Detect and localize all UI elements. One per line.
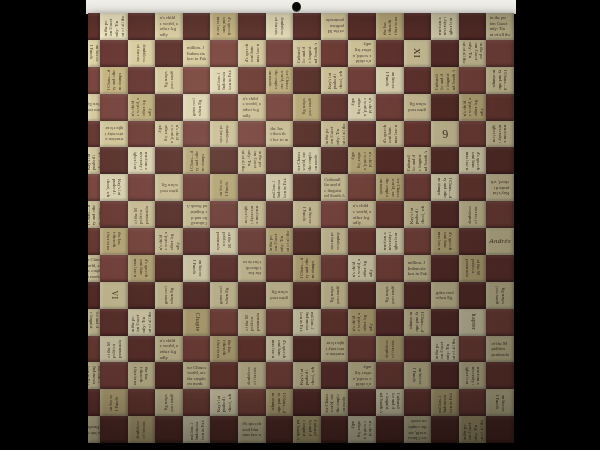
- board-square: [210, 94, 238, 121]
- board-square: rruction a niversity i igher lear: [128, 147, 156, 174]
- newsprint-text: the Ins t then th t her to m: [266, 121, 292, 147]
- newsprint-text: n's child e world, a other leg adly: [349, 363, 375, 389]
- board-square: ter Chines world, are the emplo on mode: [88, 255, 100, 282]
- newsprint-text: ter Chines world, are the emplo on mode: [266, 67, 292, 93]
- board-square: the Ins t then th t her to m: [210, 336, 238, 363]
- board-square: d's speech soul him mas law n: [459, 147, 487, 174]
- board-square: ter Chines world, are the emplo on mode: [404, 416, 432, 443]
- board-square: [348, 174, 376, 201]
- board-square: Culturall lio and d e linguist nd South …: [293, 416, 321, 443]
- newsprint-text: of the M politica peninsula: [128, 202, 154, 228]
- newsprint-text: rruction a niversity i igher lear: [377, 228, 403, 254]
- newsprint-text: n's child e world, a other leg adly: [349, 202, 375, 228]
- board-square: n's child e world, a other leg adly: [459, 94, 487, 121]
- board-square: 6: [431, 121, 459, 148]
- board-square: [183, 121, 211, 148]
- board-square: rruction a niversity i igher lear: [431, 13, 459, 40]
- board-square: in the po ion Gazet ntly: 'En ut of all …: [486, 13, 514, 40]
- board-square: n's child e world, a other leg adly: [348, 147, 376, 174]
- board-square: [88, 121, 100, 148]
- newsprint-text: in the po ion Gazet ntly: 'En ut of all …: [322, 121, 348, 147]
- newsprint-text: Culturall lio and d e linguist nd South …: [322, 175, 348, 201]
- newsprint-text: in the po ion Gazet ntly: 'En ut of all …: [101, 13, 127, 39]
- board-square: I Chins—d ry and othe rn stamps: [88, 201, 100, 228]
- board-square: grim cool when Eg: [404, 94, 432, 121]
- board-square: [293, 282, 321, 309]
- board-square: Culturall lio and d e linguist nd South …: [431, 67, 459, 94]
- board-square: I Chins—d ry and othe rn stamps: [293, 255, 321, 282]
- board-square: [128, 389, 156, 416]
- board-square: million. J Indonesia ken in Pak: [431, 389, 459, 416]
- board-square: d's speech soul him mas law n: [128, 255, 156, 282]
- board-square: n's child e world, a other leg adly: [155, 121, 183, 148]
- board-square: Kay's lat pushed i chool, wh: [404, 201, 432, 228]
- board-square: on bio ro I Funch: [88, 40, 100, 67]
- board-square: in the po ion Gazet ntly: 'En ut of all …: [100, 13, 128, 40]
- board-square: I Chins—d ry and othe rn stamps: [486, 67, 514, 94]
- newsprint-text: rruction a niversity i igher lear: [128, 148, 154, 174]
- newsprint-text: Culturall lio and d e linguist nd South …: [294, 40, 320, 66]
- board-square: in the po ion Gazet ntly: 'En ut of all …: [128, 309, 156, 336]
- newsprint-text: Kay's lat pushed i chool, wh: [211, 390, 237, 416]
- newsprint-text: of the M politica peninsula: [239, 309, 265, 335]
- board-square: grim cool when Eg: [486, 282, 514, 309]
- board-square: [293, 121, 321, 148]
- board-square: [238, 228, 266, 255]
- board-square: [404, 228, 432, 255]
- newsprint-text: rruction a niversity i igher lear: [487, 121, 513, 147]
- board-square: [348, 67, 376, 94]
- newsprint-text: grim cool when Eg: [156, 175, 182, 201]
- newsprint-text: of the M politica peninsula: [460, 255, 486, 281]
- board-square: [348, 228, 376, 255]
- newsprint-text: grim cool when Eg: [88, 94, 100, 120]
- board-square: [321, 94, 349, 121]
- board-square: [348, 282, 376, 309]
- newsprint-text: doubtless of forests: [266, 13, 292, 39]
- board-square: [155, 201, 183, 228]
- board-square: [88, 389, 100, 416]
- board-square: [348, 336, 376, 363]
- board-square: [486, 362, 514, 389]
- board-square: [348, 13, 376, 40]
- newsprint-text: grim cool when Eg: [266, 282, 292, 308]
- board-square: [155, 416, 183, 443]
- newsprint-text: Culturall lio and d e linguist nd South …: [404, 148, 430, 174]
- newsprint-text: I Chins—d ry and othe rn stamps: [101, 67, 127, 93]
- newsprint-text: ter Chines world, are the emplo on mode: [184, 363, 210, 389]
- newsprint-text: doubtless of forests: [128, 40, 154, 66]
- printed-label: VI: [101, 282, 127, 308]
- newsprint-text: Culturall lio and d e linguist nd South …: [377, 390, 403, 416]
- newsprint-text: the Ins t then th t her to m: [211, 336, 237, 362]
- board-square: I Chins—d ry and othe rn stamps: [100, 67, 128, 94]
- board-square: [459, 121, 487, 148]
- board-square: [88, 336, 100, 363]
- board-square: doubtless of forests: [238, 362, 266, 389]
- newsprint-text: grim cool when Eg: [156, 67, 182, 93]
- newsprint-text: on bio ro I Funch: [101, 390, 127, 416]
- board-square: Kay's lat pushed i chool, wh: [486, 174, 514, 201]
- board-square: [293, 67, 321, 94]
- newsprint-text: d's speech soul him mas law n: [239, 417, 265, 443]
- board-square: ter Chines world, are the emplo on mode: [321, 389, 349, 416]
- newsprint-text: n's child e world, a other leg adly: [349, 255, 375, 281]
- board-square: [100, 416, 128, 443]
- board-square: [404, 282, 432, 309]
- newsprint-text: million. J Indonesia ken in Pak: [404, 255, 430, 281]
- board-square: n's child e world, a other leg adly: [155, 13, 183, 40]
- newsprint-text: doubtless of forests: [239, 363, 265, 389]
- board-square: on bio ro I Funch: [404, 362, 432, 389]
- board-square: [459, 282, 487, 309]
- newsprint-text: doubtless of forests: [322, 228, 348, 254]
- newsprint-text: Kay's lat pushed i chool, wh: [322, 67, 348, 93]
- board-square: [183, 228, 211, 255]
- board-square: [100, 255, 128, 282]
- board-square: rruction a niversity i igher lear: [459, 362, 487, 389]
- newsprint-text: I Chins—d ry and othe rn stamps: [88, 202, 100, 228]
- newsprint-text: million. J Indonesia ken in Pak: [432, 390, 458, 416]
- newsprint-text: n's child e world, a other leg adly: [349, 94, 375, 120]
- board-square: doubtless of forests: [459, 201, 487, 228]
- board-square: [238, 174, 266, 201]
- board-square: n's child e world, a other leg adly: [128, 94, 156, 121]
- board-square: [210, 40, 238, 67]
- board-square: Kay's lat pushed i chool, wh: [210, 389, 238, 416]
- newsprint-text: n's child e world, a other leg adly: [349, 417, 375, 443]
- board-square: [293, 174, 321, 201]
- board-square: [266, 362, 294, 389]
- board-square: [376, 255, 404, 282]
- printed-label: Chapte: [184, 309, 210, 335]
- board-square: ter Chines world, are the emplo on mode: [183, 362, 211, 389]
- board-square: [128, 67, 156, 94]
- board-square: n's child e world, a other leg adly: [348, 40, 376, 67]
- board-square: [404, 174, 432, 201]
- board-square: [486, 147, 514, 174]
- board-square: [128, 282, 156, 309]
- newsprint-text: n's child e world, a other leg adly: [156, 336, 182, 362]
- board-square: in the po ion Gazet ntly: 'En ut of all …: [321, 121, 349, 148]
- board-square: Kay's lat pushed i chool, wh: [293, 362, 321, 389]
- board-square: [183, 389, 211, 416]
- board-square: [486, 201, 514, 228]
- newsprint-text: million. J Indonesia ken in Pak: [294, 309, 320, 335]
- board-square: XI: [404, 40, 432, 67]
- board-square: [321, 416, 349, 443]
- board-square: hapter: [459, 309, 487, 336]
- board-square: the Ins t then th t her to m: [100, 228, 128, 255]
- newsprint-text: rruction a niversity i igher lear: [239, 202, 265, 228]
- board-square: grim cool when Eg: [155, 389, 183, 416]
- newsprint-text: on bio ro I Funch: [211, 175, 237, 201]
- board-square: [238, 336, 266, 363]
- board-square: [431, 255, 459, 282]
- newsprint-text: rruction a niversity i igher lear: [432, 13, 458, 39]
- board-square: [376, 416, 404, 443]
- board-square: n's child e world, a other leg adly: [348, 416, 376, 443]
- board-square: [155, 255, 183, 282]
- board-square: [183, 282, 211, 309]
- board-square: I Chins—d ry and othe rn stamps: [266, 389, 294, 416]
- board-square: [486, 416, 514, 443]
- newsprint-text: n's child e world, a other leg adly: [156, 13, 182, 39]
- board-square: I Chins—d ry and othe rn stamps: [404, 309, 432, 336]
- newsprint-text: grim cool when Eg: [211, 282, 237, 308]
- board-square: [210, 255, 238, 282]
- newsprint-text: n's child e world, a other leg adly: [349, 309, 375, 335]
- board-square: [100, 40, 128, 67]
- board-square: [404, 336, 432, 363]
- newsprint-text: I Chins—d ry and othe rn stamps: [487, 67, 513, 93]
- newsprint-text: grim cool when Eg: [377, 282, 403, 308]
- newsprint-text: I Chins—d ry and othe rn stamps: [404, 309, 430, 335]
- board-square: d's speech soul him mas law n: [210, 13, 238, 40]
- newsprint-text: n's child e world, a other leg adly: [460, 94, 486, 120]
- board-square: [183, 336, 211, 363]
- board-square: [183, 67, 211, 94]
- newsprint-text: in the po ion Gazet ntly: 'En ut of all …: [460, 40, 486, 66]
- board-square: ter Chines world, are the emplo on mode: [293, 147, 321, 174]
- board-square: [210, 416, 238, 443]
- board-square: [266, 309, 294, 336]
- board-square: [183, 13, 211, 40]
- board-square: [486, 309, 514, 336]
- newsprint-text: grim cool when Eg: [294, 94, 320, 120]
- newsprint-text: Kay's lat pushed i chool, wh: [294, 363, 320, 389]
- board-square: [404, 13, 432, 40]
- newsprint-text: Culturall lio and d e linguist nd South …: [294, 417, 320, 443]
- board-square: [459, 228, 487, 255]
- board-square: [100, 94, 128, 121]
- board-square: of the M politica peninsula: [210, 228, 238, 255]
- board-square: [128, 13, 156, 40]
- board-square: n's child e world, a other leg adly: [155, 228, 183, 255]
- newsprint-text: n's child e world, a other leg adly: [128, 94, 154, 120]
- board-square: [128, 121, 156, 148]
- board-square: [348, 121, 376, 148]
- board-square: on bio ro I Funch: [486, 389, 514, 416]
- board-square: [100, 201, 128, 228]
- board-square: ter Chines world, are the emplo on mode: [266, 67, 294, 94]
- board-square: [321, 147, 349, 174]
- newsprint-text: rruction a niversity i igher lear: [460, 363, 486, 389]
- board-square: [210, 147, 238, 174]
- board-square: million. J Indonesia ken in Pak: [266, 174, 294, 201]
- board-square: the Ins t then th t her to m: [266, 121, 294, 148]
- board-square: [321, 255, 349, 282]
- newsprint-text: of the M politica peninsula: [487, 336, 513, 362]
- board-square: in the po ion Gazet ntly: 'En ut of all …: [238, 147, 266, 174]
- board-square: Culturall lio and d e linguist nd South …: [404, 147, 432, 174]
- newsprint-text: of the M politica peninsula: [322, 13, 348, 39]
- board-square: Kay's lat pushed i chool, wh: [321, 67, 349, 94]
- board-square: rruction a niversity i igher lear: [100, 121, 128, 148]
- board-square: n's child e world, a other leg adly: [348, 255, 376, 282]
- newsprint-text: the Ins t then th t her to m: [239, 255, 265, 281]
- board-square: [376, 40, 404, 67]
- newsprint-text: Kay's lat pushed i chool, wh: [101, 175, 127, 201]
- board-square: [404, 121, 432, 148]
- board-square: in the po ion Gazet ntly: 'En ut of all …: [459, 40, 487, 67]
- board-square: [431, 309, 459, 336]
- board-square: d's speech soul him mas law n: [238, 416, 266, 443]
- board-square: of the M politica peninsula: [100, 336, 128, 363]
- board-square: n's child e world, a other leg adly: [348, 362, 376, 389]
- board-square: Culturall lio and d e linguist nd South …: [321, 174, 349, 201]
- board-square: grim cool when Eg: [266, 282, 294, 309]
- newsprint-text: d's speech soul him mas law n: [239, 40, 265, 66]
- newsprint-text: on bio ro I Funch: [487, 390, 513, 416]
- board-square: d's speech soul him mas law n: [266, 336, 294, 363]
- board-square: rruction a niversity i igher lear: [376, 228, 404, 255]
- newsprint-text: grim cool when Eg: [156, 282, 182, 308]
- board-square: [88, 282, 100, 309]
- board-square: grim cool when Eg: [88, 94, 100, 121]
- board-square: [293, 336, 321, 363]
- newsprint-text: grim cool when Eg: [487, 282, 513, 308]
- board-square: [321, 40, 349, 67]
- board-square: I Chins—d ry and othe rn stamps: [183, 147, 211, 174]
- board-square: [348, 389, 376, 416]
- board-square: d's speech soul him mas law n: [238, 40, 266, 67]
- board-square: doubtless of forests: [128, 416, 156, 443]
- newsprint-text: on bio ro I Funch: [88, 417, 100, 443]
- board-square: on bio ro I Funch: [183, 255, 211, 282]
- board-square: million. J Indonesia ken in Pak: [183, 40, 211, 67]
- newsprint-text: on bio ro I Funch: [404, 363, 430, 389]
- board-square: Chapte: [183, 309, 211, 336]
- board-square: d's speech soul him mas law n: [431, 228, 459, 255]
- board-square: [128, 174, 156, 201]
- board-square: n's child e world, a other leg adly: [348, 309, 376, 336]
- board-square: Culturall lio and d e linguist nd South …: [88, 309, 100, 336]
- newsprint-text: million. J Indonesia ken in Pak: [266, 175, 292, 201]
- board-square: [155, 147, 183, 174]
- board-square: [431, 416, 459, 443]
- newsprint-text: Culturall lio and d e linguist nd South …: [88, 309, 100, 335]
- newsprint-text: n's child e world, a other leg adly: [349, 148, 375, 174]
- board-square: [459, 67, 487, 94]
- board-square: [155, 362, 183, 389]
- board-square: in the po ion Gazet ntly: 'En ut of all …: [431, 336, 459, 363]
- board-square: on bio ro I Funch: [100, 389, 128, 416]
- newsprint-text: I Chins—d ry and othe rn stamps: [294, 255, 320, 281]
- board-square: [459, 174, 487, 201]
- board-square: of the M politica peninsula: [459, 255, 487, 282]
- newsprint-text: grim cool when Eg: [404, 94, 430, 120]
- board-square: doubtless of forests: [321, 228, 349, 255]
- newsprint-text: in the po ion Gazet ntly: 'En ut of all …: [239, 148, 265, 174]
- newsprint-text: doubtless of forests: [128, 417, 154, 443]
- board-square: rruction a niversity i igher lear: [486, 121, 514, 148]
- board-square: [266, 147, 294, 174]
- board-square: grim cool when Eg: [321, 282, 349, 309]
- board-square: [486, 40, 514, 67]
- board-square: [376, 201, 404, 228]
- board-square: million. J Indonesia ken in Pak: [210, 67, 238, 94]
- board-square: [376, 309, 404, 336]
- printed-label: XI: [404, 40, 430, 66]
- board-square: the Ins t then th t her to m: [128, 362, 156, 389]
- board-square: [155, 309, 183, 336]
- board-square: Culturall lio and d e linguist nd South …: [376, 389, 404, 416]
- board-square: grim cool when Eg: [431, 282, 459, 309]
- board-square: [431, 201, 459, 228]
- newsprint-text: grim cool when Eg: [432, 282, 458, 308]
- newsprint-text: doubtless of forests: [460, 202, 486, 228]
- board-square: of the M politica peninsula: [321, 13, 349, 40]
- board-square: [431, 40, 459, 67]
- board-square: [88, 67, 100, 94]
- board-square: grim cool when Eg: [293, 94, 321, 121]
- board-square: grim cool when Eg: [210, 282, 238, 309]
- board-square: [100, 362, 128, 389]
- board-square: [128, 336, 156, 363]
- newsprint-text: n's child e world, a other leg adly: [349, 40, 375, 66]
- board-square: on bio ro I Funch: [210, 174, 238, 201]
- board-square: million. J Indonesia ken in Pak: [88, 362, 100, 389]
- board-square: [404, 67, 432, 94]
- newsprint-text: rruction a niversity i igher lear: [322, 336, 348, 362]
- board-square: rruction a niversity i igher lear: [321, 336, 349, 363]
- newsprint-text: million. J Indonesia ken in Pak: [184, 417, 210, 443]
- newsprint-text: of the M politica peninsula: [211, 228, 237, 254]
- board-square: million. J Indonesia ken in Pak: [404, 255, 432, 282]
- board-square: [459, 13, 487, 40]
- board-square: n's child e world, a other leg adly: [155, 336, 183, 363]
- newsprint-text: n's child e world, a other leg adly: [156, 121, 182, 147]
- board-square: [100, 147, 128, 174]
- newsprint-text: d's speech soul him mas law n: [460, 148, 486, 174]
- board-square: [431, 362, 459, 389]
- board-square: the Ins t then th t her to m: [376, 13, 404, 40]
- newsprint-text: Kay's lat pushed i chool, wh: [88, 148, 100, 174]
- board-square: [210, 201, 238, 228]
- board-square: [266, 40, 294, 67]
- backing-sheet: [86, 0, 516, 14]
- newsprint-text: million. J Indonesia ken in Pak: [184, 40, 210, 66]
- newsprint-text: the Ins t then th t her to m: [101, 228, 127, 254]
- newsprint-text: Culturall lio and d e linguist nd South …: [432, 67, 458, 93]
- board-square: [210, 362, 238, 389]
- newsprint-text: on bio ro I Funch: [88, 40, 100, 66]
- board-square: [238, 121, 266, 148]
- newsprint-text: d's speech soul him mas law n: [128, 255, 154, 281]
- board-square: [155, 40, 183, 67]
- board-square: [155, 94, 183, 121]
- board-square: [321, 201, 349, 228]
- board-square: rruction a niversity i igher lear: [238, 201, 266, 228]
- newsprint-text: doubtless of forests: [211, 121, 237, 147]
- newsprint-text: in the po ion Gazet ntly: 'En ut of all …: [432, 336, 458, 362]
- board-square: doubtless of forests: [128, 40, 156, 67]
- board-square: on bio ro I Funch: [376, 67, 404, 94]
- photo-backdrop: in the po ion Gazet ntly: 'En ut of all …: [0, 0, 600, 450]
- board-square: ter Chines world, are the emplo on mode: [376, 174, 404, 201]
- newsprint-text: d's speech soul him mas law n: [211, 13, 237, 39]
- newsprint-text: ter Chines world, are the emplo on mode: [322, 390, 348, 416]
- board-square: [459, 389, 487, 416]
- newsprint-text: Kay's lat pushed i chool, wh: [487, 175, 513, 201]
- newsprint-text: ter Chines world, are the emplo on mode: [377, 175, 403, 201]
- board-square: [238, 67, 266, 94]
- board-square: [431, 147, 459, 174]
- board-square: [266, 94, 294, 121]
- board-square: doubtless of forests: [376, 336, 404, 363]
- board-square: doubtless of forests: [266, 13, 294, 40]
